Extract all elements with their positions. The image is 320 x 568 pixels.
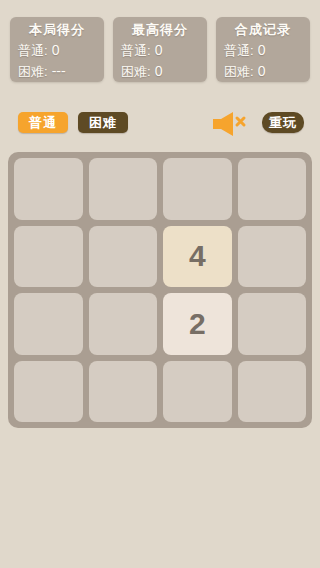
panel-best-score-title: 最高得分 [121,22,199,37]
board-cell-r0c0 [14,158,83,220]
merge-record-hard-value: 0 [258,63,266,79]
best-score-hard-value: 0 [155,63,163,79]
current-score-hard-label: 困难: [18,64,48,79]
board-cell-r0c2 [163,158,232,220]
panel-current-score-title: 本局得分 [18,22,96,37]
merge-record-normal-label: 普通: [224,43,254,58]
board-cell-r3c1 [89,361,158,423]
tile-2: 2 [163,293,232,355]
merge-record-hard-label: 困难: [224,64,254,79]
board-cell-r1c0 [14,226,83,288]
best-score-hard-row: 困难:0 [121,64,199,79]
board-cell-r3c0 [14,361,83,423]
current-score-hard-value: --- [52,63,66,79]
panel-best-score: 最高得分 普通:0 困难:0 [113,17,207,82]
hard-mode-button[interactable]: 困难 [78,112,128,133]
best-score-normal-row: 普通:0 [121,43,199,58]
best-score-normal-label: 普通: [121,43,151,58]
board-cell-r2c3 [238,293,307,355]
current-score-normal-label: 普通: [18,43,48,58]
current-score-hard-row: 困难:--- [18,64,96,79]
best-score-hard-label: 困难: [121,64,151,79]
board-cell-r2c0 [14,293,83,355]
board-cell-r2c1 [89,293,158,355]
current-score-normal-row: 普通:0 [18,43,96,58]
normal-mode-button[interactable]: 普通 [18,112,68,133]
current-score-normal-value: 0 [52,42,60,58]
best-score-normal-value: 0 [155,42,163,58]
board-cell-r1c1 [89,226,158,288]
tile-4: 4 [163,226,232,288]
board-cell-r0c3 [238,158,307,220]
panel-current-score: 本局得分 普通:0 困难:--- [10,17,104,82]
score-panels: 本局得分 普通:0 困难:--- 最高得分 普通:0 困难:0 合成记录 普通:… [10,17,310,82]
speaker-muted-icon[interactable] [212,111,248,137]
merge-record-normal-value: 0 [258,42,266,58]
replay-button[interactable]: 重玩 [262,112,304,133]
board-cell-r0c1 [89,158,158,220]
merge-record-normal-row: 普通:0 [224,43,302,58]
board-cell-r3c3 [238,361,307,423]
board-cell-r1c3 [238,226,307,288]
panel-merge-record: 合成记录 普通:0 困难:0 [216,17,310,82]
panel-merge-record-title: 合成记录 [224,22,302,37]
game-board[interactable]: 42 [8,152,312,428]
merge-record-hard-row: 困难:0 [224,64,302,79]
board-cell-r3c2 [163,361,232,423]
